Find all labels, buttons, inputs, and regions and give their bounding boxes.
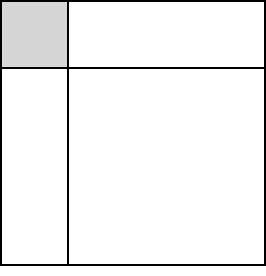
column-clues bbox=[69, 2, 264, 69]
watermark-bar bbox=[0, 266, 266, 276]
puzzle-grid bbox=[69, 69, 264, 264]
corner-block bbox=[2, 2, 69, 69]
nonogram-widget bbox=[0, 0, 266, 276]
nonogram-board bbox=[0, 0, 266, 266]
row-clues bbox=[2, 69, 69, 264]
